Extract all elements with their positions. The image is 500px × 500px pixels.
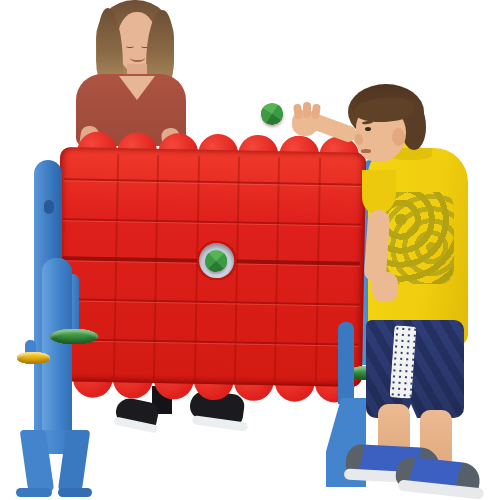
board-cell-grid <box>73 137 360 383</box>
woman-eye-left <box>126 44 134 48</box>
left-post-slot <box>44 200 54 214</box>
left-front-post <box>42 258 72 448</box>
left-foot-base <box>16 488 52 497</box>
boy-sleeve-left <box>362 170 396 214</box>
boy-eye <box>365 127 371 131</box>
product-photo <box>0 0 500 500</box>
connect-four-board <box>55 129 366 407</box>
held-green-ring <box>259 101 285 127</box>
tray-yellow-ring <box>17 352 50 364</box>
green-ring <box>205 249 227 271</box>
tray-green-ring <box>50 329 98 344</box>
right-front-post <box>338 322 354 404</box>
board-cell-r6c7 <box>198 243 234 279</box>
woman-smile <box>130 54 145 62</box>
boy-finger <box>293 104 303 120</box>
boy-hand-left <box>372 272 398 302</box>
boy-mouth <box>361 149 371 153</box>
boy-nose <box>355 134 363 145</box>
boy-ear <box>392 128 405 146</box>
left-foot-base <box>58 488 92 497</box>
boy-finger <box>303 102 311 118</box>
